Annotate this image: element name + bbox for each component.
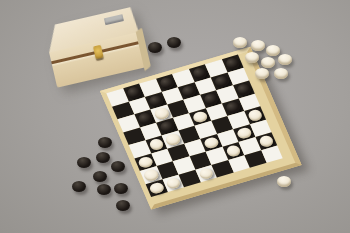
black-checker-piece: [72, 181, 86, 192]
black-checker-piece: [111, 161, 125, 172]
white-checker-piece: [251, 40, 265, 51]
black-checker-piece: [93, 171, 107, 182]
brass-clasp-icon: [93, 45, 104, 59]
white-checker-piece: [197, 167, 214, 181]
white-checker-piece: [278, 54, 292, 65]
black-checker-piece: [148, 42, 162, 53]
black-checker-piece: [77, 157, 91, 168]
black-checker-piece: [96, 152, 110, 163]
black-checker-piece: [114, 183, 128, 194]
white-checker-piece: [245, 52, 259, 63]
product-photo-scene: [0, 0, 350, 233]
white-checker-piece: [164, 176, 181, 190]
white-checker-piece: [233, 37, 247, 48]
barcode-sticker: [104, 14, 124, 25]
black-checker-piece: [97, 184, 111, 195]
white-checker-piece: [266, 45, 280, 56]
white-checker-piece: [148, 181, 165, 195]
white-checker-piece: [274, 68, 288, 79]
white-checker-piece: [255, 68, 269, 79]
white-checker-piece: [261, 57, 275, 68]
black-checker-piece: [116, 200, 130, 211]
black-checker-piece: [98, 137, 112, 148]
white-checker-piece: [277, 176, 291, 187]
black-checker-piece: [167, 37, 181, 48]
